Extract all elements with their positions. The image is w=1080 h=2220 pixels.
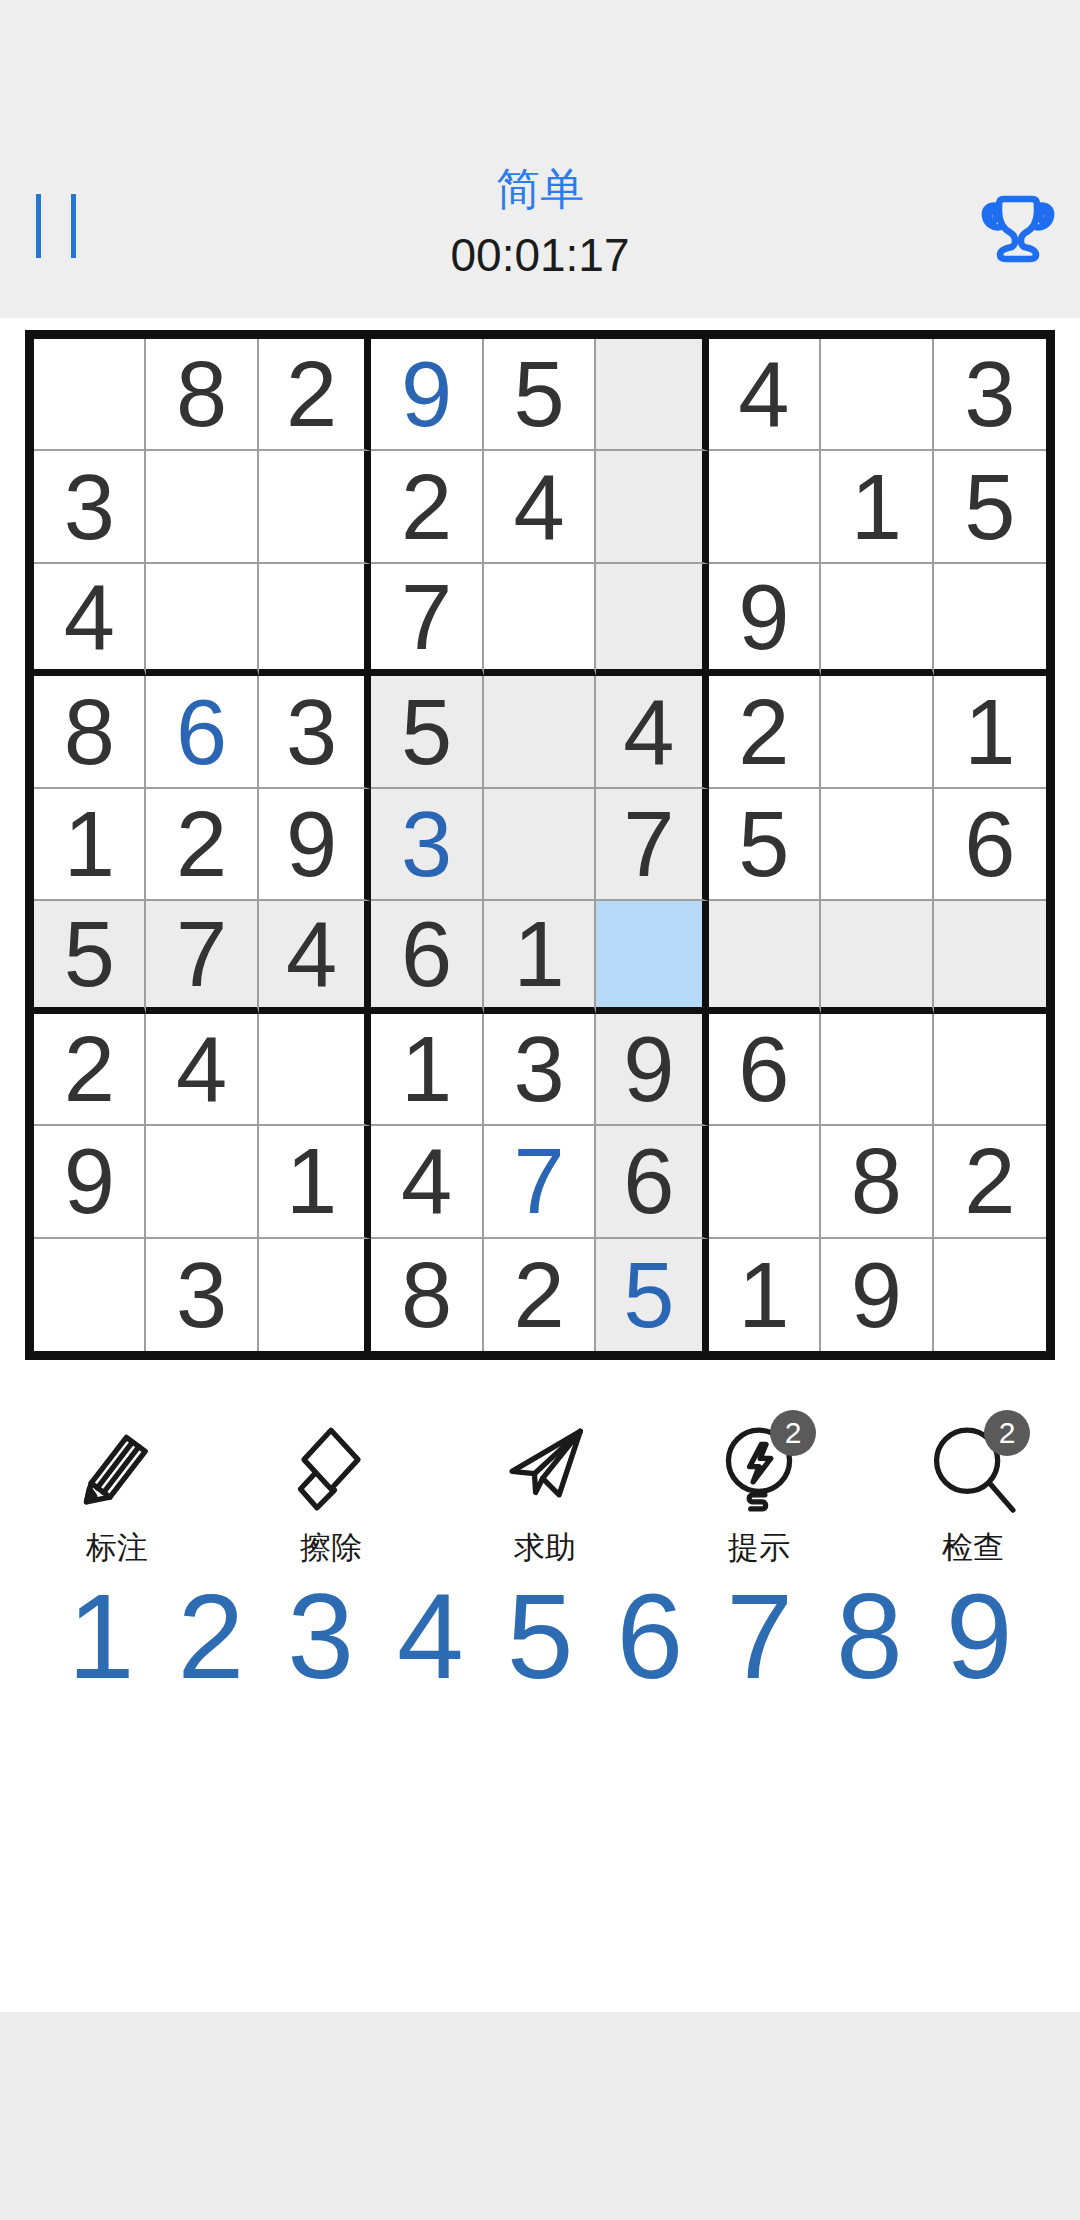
- cell-r8-c4[interactable]: 4: [371, 1126, 483, 1238]
- check-label: 检查: [942, 1527, 1004, 1569]
- hint-count-badge: 2: [770, 1410, 816, 1456]
- cell-r8-c3[interactable]: 1: [259, 1126, 371, 1238]
- cell-r9-c6[interactable]: 5: [596, 1239, 708, 1351]
- cell-r7-c8[interactable]: [821, 1014, 933, 1126]
- check-count-badge: 2: [984, 1410, 1030, 1456]
- game-panel: 8295433241547986354211293756574612413969…: [0, 318, 1080, 2012]
- cell-r6-c5[interactable]: 1: [484, 901, 596, 1013]
- numpad-6[interactable]: 6: [613, 1570, 687, 1702]
- paper-plane-icon: [498, 1422, 592, 1519]
- cell-r1-c2[interactable]: 8: [146, 339, 258, 451]
- cell-r4-c1[interactable]: 8: [34, 676, 146, 788]
- cell-r8-c5[interactable]: 7: [484, 1126, 596, 1238]
- cell-r4-c9[interactable]: 1: [934, 676, 1046, 788]
- toolbar: 标注 擦除 求助: [0, 1422, 1080, 1569]
- cell-r4-c5[interactable]: [484, 676, 596, 788]
- cell-r5-c1[interactable]: 1: [34, 789, 146, 901]
- cell-r1-c5[interactable]: 5: [484, 339, 596, 451]
- cell-r8-c9[interactable]: 2: [934, 1126, 1046, 1238]
- sudoku-app-screen: 简单 00:01:17 8295433241547986354211293756…: [0, 0, 1080, 2220]
- hint-button[interactable]: 2 提示: [698, 1422, 820, 1569]
- cell-r5-c2[interactable]: 2: [146, 789, 258, 901]
- cell-r3-c8[interactable]: [821, 564, 933, 676]
- cell-r1-c4[interactable]: 9: [371, 339, 483, 451]
- cell-r4-c8[interactable]: [821, 676, 933, 788]
- help-label: 求助: [514, 1527, 576, 1569]
- cell-r2-c1[interactable]: 3: [34, 451, 146, 563]
- erase-button[interactable]: 擦除: [270, 1422, 392, 1569]
- numpad-1[interactable]: 1: [64, 1570, 138, 1702]
- notes-button[interactable]: 标注: [56, 1422, 178, 1569]
- cell-r4-c3[interactable]: 3: [259, 676, 371, 788]
- cell-r9-c3[interactable]: [259, 1239, 371, 1351]
- cell-r2-c2[interactable]: [146, 451, 258, 563]
- cell-r6-c8[interactable]: [821, 901, 933, 1013]
- cell-r4-c2[interactable]: 6: [146, 676, 258, 788]
- cell-r2-c3[interactable]: [259, 451, 371, 563]
- cell-r9-c4[interactable]: 8: [371, 1239, 483, 1351]
- cell-r3-c7[interactable]: 9: [709, 564, 821, 676]
- cell-r9-c9[interactable]: [934, 1239, 1046, 1351]
- cell-r1-c1[interactable]: [34, 339, 146, 451]
- pencil-icon: [70, 1422, 164, 1519]
- numpad-2[interactable]: 2: [174, 1570, 248, 1702]
- cell-r7-c2[interactable]: 4: [146, 1014, 258, 1126]
- game-timer: 00:01:17: [0, 228, 1080, 282]
- numpad-3[interactable]: 3: [284, 1570, 358, 1702]
- cell-r4-c6[interactable]: 4: [596, 676, 708, 788]
- cell-r2-c7[interactable]: [709, 451, 821, 563]
- cell-r1-c8[interactable]: [821, 339, 933, 451]
- cell-r5-c3[interactable]: 9: [259, 789, 371, 901]
- cell-r6-c9[interactable]: [934, 901, 1046, 1013]
- cell-r9-c7[interactable]: 1: [709, 1239, 821, 1351]
- cell-r7-c4[interactable]: 1: [371, 1014, 483, 1126]
- cell-r8-c8[interactable]: 8: [821, 1126, 933, 1238]
- hint-label: 提示: [728, 1527, 790, 1569]
- cell-r3-c5[interactable]: [484, 564, 596, 676]
- cell-r8-c6[interactable]: 6: [596, 1126, 708, 1238]
- cell-r3-c9[interactable]: [934, 564, 1046, 676]
- cell-r9-c1[interactable]: [34, 1239, 146, 1351]
- cell-r6-c7[interactable]: [709, 901, 821, 1013]
- cell-r5-c6[interactable]: 7: [596, 789, 708, 901]
- cell-r8-c1[interactable]: 9: [34, 1126, 146, 1238]
- eraser-icon: [284, 1422, 378, 1519]
- cell-r3-c3[interactable]: [259, 564, 371, 676]
- cell-r8-c2[interactable]: [146, 1126, 258, 1238]
- cell-r5-c8[interactable]: [821, 789, 933, 901]
- erase-label: 擦除: [300, 1527, 362, 1569]
- cell-r5-c5[interactable]: [484, 789, 596, 901]
- cell-r2-c6[interactable]: [596, 451, 708, 563]
- cell-r6-c4[interactable]: 6: [371, 901, 483, 1013]
- cell-r2-c4[interactable]: 2: [371, 451, 483, 563]
- numpad-4[interactable]: 4: [393, 1570, 467, 1702]
- numpad-7[interactable]: 7: [723, 1570, 797, 1702]
- number-pad: 123456789: [0, 1570, 1080, 1702]
- difficulty-label: 简单: [0, 160, 1080, 219]
- cell-r6-c2[interactable]: 7: [146, 901, 258, 1013]
- cell-r5-c9[interactable]: 6: [934, 789, 1046, 901]
- trophy-icon: [978, 257, 1058, 272]
- check-button[interactable]: 2 检查: [912, 1422, 1034, 1569]
- help-button[interactable]: 求助: [484, 1422, 606, 1569]
- cell-r7-c1[interactable]: 2: [34, 1014, 146, 1126]
- cell-r9-c5[interactable]: 2: [484, 1239, 596, 1351]
- cell-r5-c7[interactable]: 5: [709, 789, 821, 901]
- cell-r2-c5[interactable]: 4: [484, 451, 596, 563]
- cell-r2-c8[interactable]: 1: [821, 451, 933, 563]
- cell-r7-c9[interactable]: [934, 1014, 1046, 1126]
- cell-r1-c6[interactable]: [596, 339, 708, 451]
- cell-r3-c1[interactable]: 4: [34, 564, 146, 676]
- numpad-9[interactable]: 9: [942, 1570, 1016, 1702]
- cell-r3-c6[interactable]: [596, 564, 708, 676]
- cell-r1-c7[interactable]: 4: [709, 339, 821, 451]
- leaderboard-button[interactable]: [978, 188, 1058, 272]
- cell-r7-c7[interactable]: 6: [709, 1014, 821, 1126]
- cell-r9-c2[interactable]: 3: [146, 1239, 258, 1351]
- cell-r7-c5[interactable]: 3: [484, 1014, 596, 1126]
- numpad-5[interactable]: 5: [503, 1570, 577, 1702]
- cell-r1-c9[interactable]: 3: [934, 339, 1046, 451]
- sudoku-board: 8295433241547986354211293756574612413969…: [25, 330, 1055, 1360]
- footer-area: [0, 2012, 1080, 2220]
- numpad-8[interactable]: 8: [832, 1570, 906, 1702]
- cell-r8-c7[interactable]: [709, 1126, 821, 1238]
- cell-r6-c1[interactable]: 5: [34, 901, 146, 1013]
- cell-r7-c3[interactable]: [259, 1014, 371, 1126]
- cell-r7-c6[interactable]: 9: [596, 1014, 708, 1126]
- cell-r9-c8[interactable]: 9: [821, 1239, 933, 1351]
- cell-r4-c7[interactable]: 2: [709, 676, 821, 788]
- notes-label: 标注: [86, 1527, 148, 1569]
- cell-r6-c6[interactable]: [596, 901, 708, 1013]
- cell-r3-c4[interactable]: 7: [371, 564, 483, 676]
- cell-r4-c4[interactable]: 5: [371, 676, 483, 788]
- cell-r3-c2[interactable]: [146, 564, 258, 676]
- cell-r2-c9[interactable]: 5: [934, 451, 1046, 563]
- cell-r1-c3[interactable]: 2: [259, 339, 371, 451]
- cell-r6-c3[interactable]: 4: [259, 901, 371, 1013]
- cell-r5-c4[interactable]: 3: [371, 789, 483, 901]
